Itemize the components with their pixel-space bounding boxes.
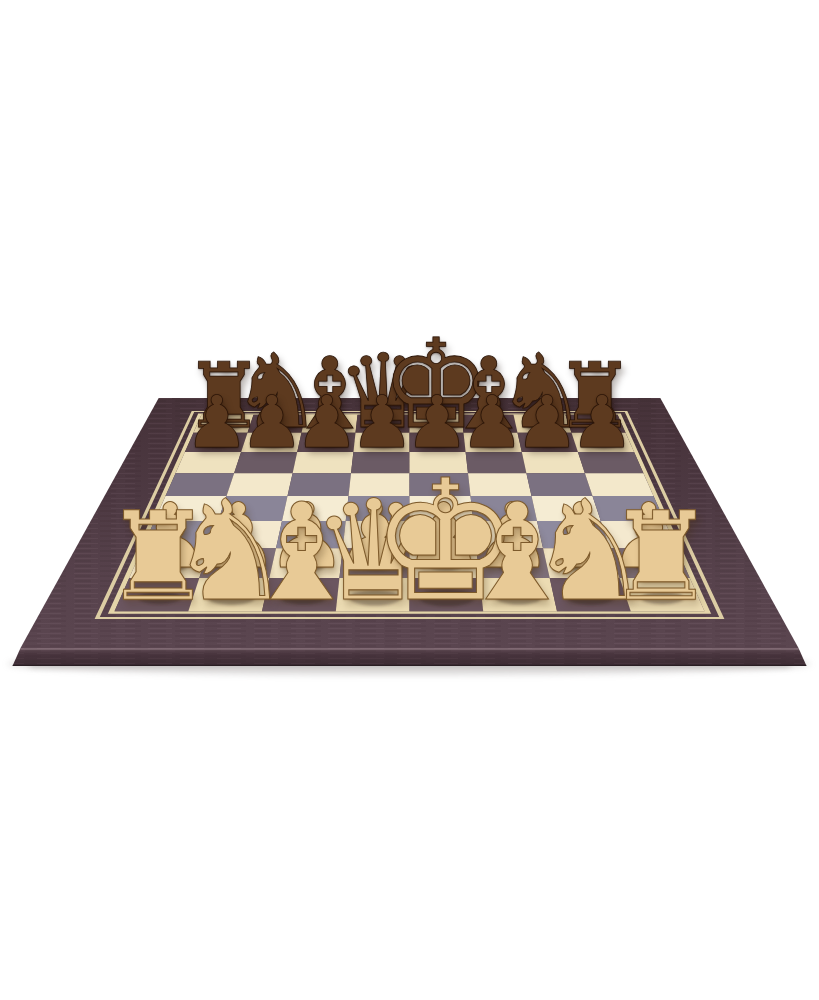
- piece-white-rook-h1: ♜: [606, 496, 716, 619]
- chess-set-product-photo: ♜♞♝♛♚♝♞♜♟♟♟♟♟♟♟♟♟♟♟♟♟♟♟♟♜♞♝♛♚♝♞♜: [0, 0, 819, 1000]
- pieces-layer: ♜♞♝♛♚♝♞♜♟♟♟♟♟♟♟♟♟♟♟♟♟♟♟♟♜♞♝♛♚♝♞♜: [0, 0, 819, 1000]
- piece-black-pawn-h7: ♟: [570, 385, 635, 457]
